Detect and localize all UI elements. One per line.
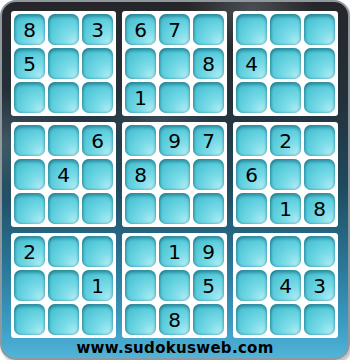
cell-r4c8[interactable]: 2	[270, 125, 301, 156]
cell-r5c2[interactable]: 4	[48, 159, 79, 190]
cell-r6c3[interactable]	[82, 193, 113, 224]
cell-r4c6[interactable]: 7	[193, 125, 224, 156]
cell-r4c9[interactable]	[304, 125, 335, 156]
cell-r5c7[interactable]: 6	[236, 159, 267, 190]
cell-r1c3[interactable]: 3	[82, 14, 113, 45]
cell-r3c5[interactable]	[159, 82, 190, 113]
cell-r5c4[interactable]: 8	[125, 159, 156, 190]
cell-r8c3[interactable]: 1	[82, 270, 113, 301]
cell-r8c1[interactable]	[14, 270, 45, 301]
cell-r9c5[interactable]: 8	[159, 304, 190, 335]
cell-r6c5[interactable]	[159, 193, 190, 224]
cell-r7c8[interactable]	[270, 236, 301, 267]
sudoku-frame: 8356781464978261821195843 www.sudokusweb…	[0, 0, 350, 360]
cell-r7c2[interactable]	[48, 236, 79, 267]
cell-r7c1[interactable]: 2	[14, 236, 45, 267]
cell-r9c1[interactable]	[14, 304, 45, 335]
cell-r3c7[interactable]	[236, 82, 267, 113]
cell-r4c2[interactable]	[48, 125, 79, 156]
cell-r8c5[interactable]	[159, 270, 190, 301]
cell-r6c7[interactable]	[236, 193, 267, 224]
cell-r3c9[interactable]	[304, 82, 335, 113]
cell-r1c8[interactable]	[270, 14, 301, 45]
cell-r3c2[interactable]	[48, 82, 79, 113]
cell-r2c9[interactable]	[304, 48, 335, 79]
cell-r9c8[interactable]	[270, 304, 301, 335]
cell-r6c1[interactable]	[14, 193, 45, 224]
cell-r9c4[interactable]	[125, 304, 156, 335]
cell-r7c6[interactable]: 9	[193, 236, 224, 267]
cell-r4c7[interactable]	[236, 125, 267, 156]
box-2: 6781	[122, 11, 227, 116]
cell-r1c1[interactable]: 8	[14, 14, 45, 45]
cell-r7c9[interactable]	[304, 236, 335, 267]
cell-r4c4[interactable]	[125, 125, 156, 156]
cell-r6c9[interactable]: 8	[304, 193, 335, 224]
box-3: 4	[233, 11, 338, 116]
box-7: 21	[11, 233, 116, 338]
cell-r8c6[interactable]: 5	[193, 270, 224, 301]
cell-r8c9[interactable]: 3	[304, 270, 335, 301]
cell-r4c1[interactable]	[14, 125, 45, 156]
cell-r2c4[interactable]	[125, 48, 156, 79]
box-1: 835	[11, 11, 116, 116]
cell-r7c3[interactable]	[82, 236, 113, 267]
box-4: 64	[11, 122, 116, 227]
cell-r8c7[interactable]	[236, 270, 267, 301]
cell-r3c4[interactable]: 1	[125, 82, 156, 113]
cell-r5c8[interactable]	[270, 159, 301, 190]
box-6: 2618	[233, 122, 338, 227]
footer-site-link[interactable]: www.sudokusweb.com	[11, 338, 339, 358]
cell-r1c4[interactable]: 6	[125, 14, 156, 45]
cell-r2c7[interactable]: 4	[236, 48, 267, 79]
cell-r2c2[interactable]	[48, 48, 79, 79]
cell-r5c3[interactable]	[82, 159, 113, 190]
cell-r6c8[interactable]: 1	[270, 193, 301, 224]
cell-r3c1[interactable]	[14, 82, 45, 113]
cell-r5c5[interactable]	[159, 159, 190, 190]
cell-r9c3[interactable]	[82, 304, 113, 335]
cell-r9c9[interactable]	[304, 304, 335, 335]
sudoku-board: 8356781464978261821195843	[11, 11, 339, 338]
cell-r5c9[interactable]	[304, 159, 335, 190]
box-9: 43	[233, 233, 338, 338]
cell-r2c6[interactable]: 8	[193, 48, 224, 79]
cell-r5c1[interactable]	[14, 159, 45, 190]
cell-r1c2[interactable]	[48, 14, 79, 45]
cell-r2c8[interactable]	[270, 48, 301, 79]
cell-r4c5[interactable]: 9	[159, 125, 190, 156]
cell-r8c8[interactable]: 4	[270, 270, 301, 301]
cell-r9c6[interactable]	[193, 304, 224, 335]
cell-r2c5[interactable]	[159, 48, 190, 79]
cell-r1c9[interactable]	[304, 14, 335, 45]
cell-r2c3[interactable]	[82, 48, 113, 79]
cell-r3c3[interactable]	[82, 82, 113, 113]
cell-r2c1[interactable]: 5	[14, 48, 45, 79]
cell-r8c4[interactable]	[125, 270, 156, 301]
cell-r9c2[interactable]	[48, 304, 79, 335]
cell-r5c6[interactable]	[193, 159, 224, 190]
cell-r9c7[interactable]	[236, 304, 267, 335]
box-5: 978	[122, 122, 227, 227]
cell-r3c8[interactable]	[270, 82, 301, 113]
cell-r7c7[interactable]	[236, 236, 267, 267]
cell-r7c5[interactable]: 1	[159, 236, 190, 267]
box-8: 1958	[122, 233, 227, 338]
cell-r6c6[interactable]	[193, 193, 224, 224]
cell-r1c5[interactable]: 7	[159, 14, 190, 45]
cell-r8c2[interactable]	[48, 270, 79, 301]
cell-r3c6[interactable]	[193, 82, 224, 113]
cell-r4c3[interactable]: 6	[82, 125, 113, 156]
cell-r6c2[interactable]	[48, 193, 79, 224]
cell-r6c4[interactable]	[125, 193, 156, 224]
cell-r1c6[interactable]	[193, 14, 224, 45]
cell-r1c7[interactable]	[236, 14, 267, 45]
cell-r7c4[interactable]	[125, 236, 156, 267]
